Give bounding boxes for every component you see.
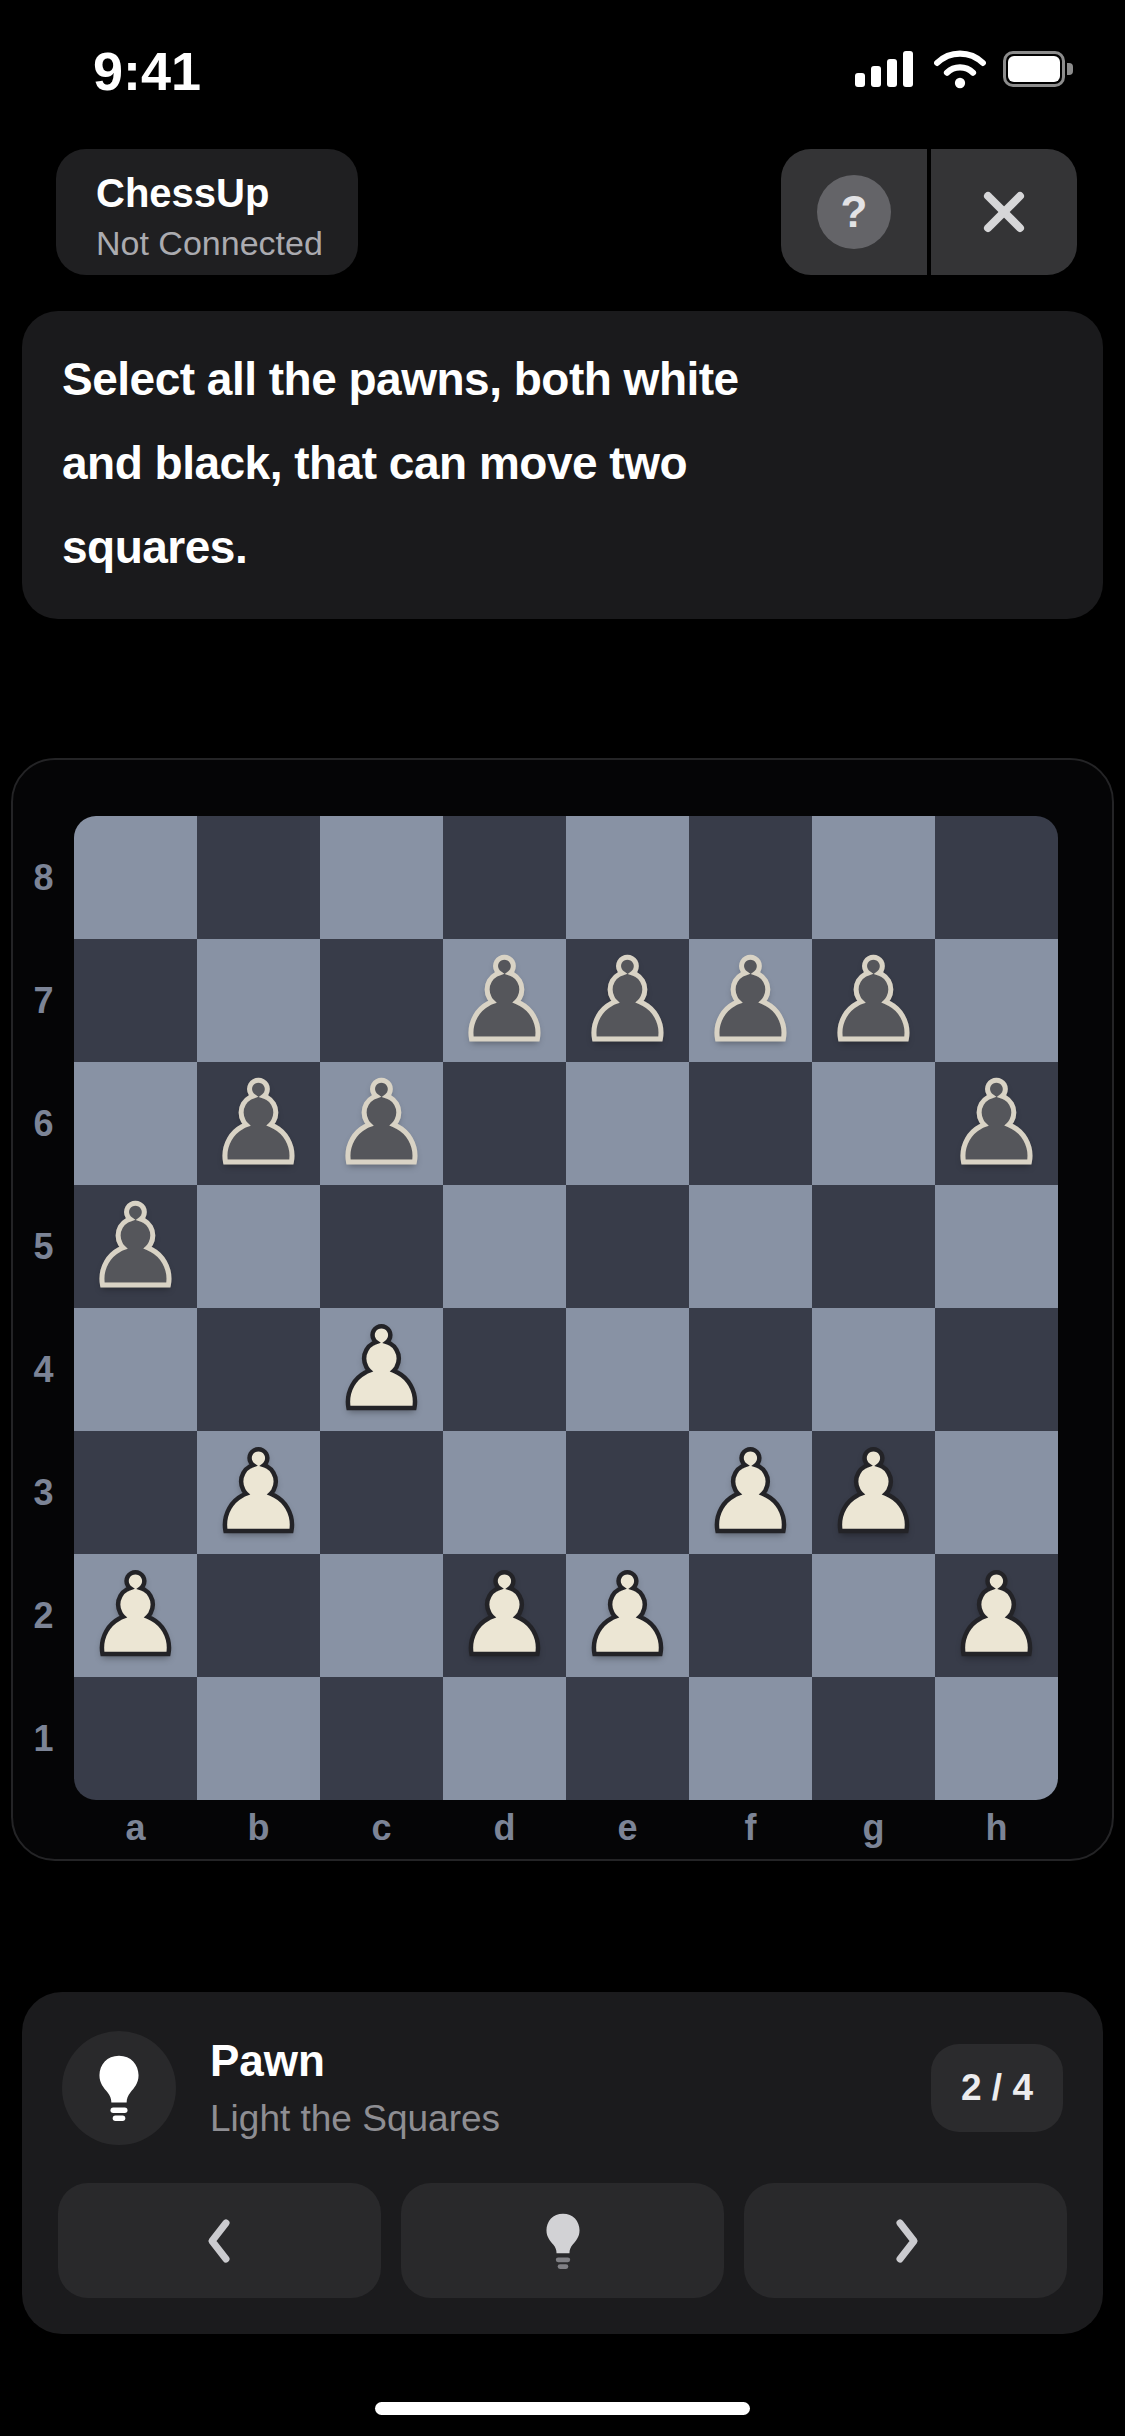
rank-labels: 87654321 <box>13 816 74 1800</box>
square-a3[interactable] <box>74 1431 197 1554</box>
square-c7[interactable] <box>320 939 443 1062</box>
square-h3[interactable] <box>935 1431 1058 1554</box>
black-pawn: ♟ <box>208 1062 308 1185</box>
square-g3[interactable]: ♟ <box>812 1431 935 1554</box>
square-b3[interactable]: ♟ <box>197 1431 320 1554</box>
previous-button[interactable] <box>58 2183 381 2298</box>
wifi-icon <box>931 48 989 90</box>
black-pawn: ♟ <box>946 1062 1046 1185</box>
black-pawn: ♟ <box>331 1062 431 1185</box>
header-controls: ? <box>781 149 1077 275</box>
hint-button[interactable] <box>401 2183 724 2298</box>
square-d4[interactable] <box>443 1308 566 1431</box>
board: ♟♟♟♟♟♟♟♟♟♟♟♟♟♟♟♟ <box>74 816 1058 1800</box>
square-h8[interactable] <box>935 816 1058 939</box>
file-label-g: g <box>812 1800 935 1856</box>
instruction-text: squares. <box>62 505 1063 589</box>
lightbulb-icon <box>91 2054 147 2122</box>
app-chip: ChessUp Not Connected <box>56 149 358 275</box>
rank-label-2: 2 <box>13 1554 74 1677</box>
square-g6[interactable] <box>812 1062 935 1185</box>
square-f3[interactable]: ♟ <box>689 1431 812 1554</box>
help-circle: ? <box>817 175 891 249</box>
black-pawn: ♟ <box>454 939 554 1062</box>
square-g1[interactable] <box>812 1677 935 1800</box>
puzzle-title: Pawn <box>210 2036 500 2086</box>
black-pawn: ♟ <box>700 939 800 1062</box>
header: ChessUp Not Connected ? <box>0 149 1125 275</box>
square-a5[interactable]: ♟ <box>74 1185 197 1308</box>
square-c4[interactable]: ♟ <box>320 1308 443 1431</box>
square-a6[interactable] <box>74 1062 197 1185</box>
cellular-signal-icon <box>855 49 917 89</box>
instruction-text: Select all the pawns, both white <box>62 337 1063 421</box>
chevron-left-icon <box>198 2213 242 2269</box>
black-pawn: ♟ <box>577 939 677 1062</box>
square-e8[interactable] <box>566 816 689 939</box>
instruction-panel: Select all the pawns, both white and bla… <box>22 311 1103 619</box>
square-d8[interactable] <box>443 816 566 939</box>
square-d3[interactable] <box>443 1431 566 1554</box>
square-f4[interactable] <box>689 1308 812 1431</box>
square-e3[interactable] <box>566 1431 689 1554</box>
file-label-a: a <box>74 1800 197 1856</box>
square-b5[interactable] <box>197 1185 320 1308</box>
file-label-c: c <box>320 1800 443 1856</box>
square-d2[interactable]: ♟ <box>443 1554 566 1677</box>
black-pawn: ♟ <box>85 1185 185 1308</box>
chevron-right-icon <box>884 2213 928 2269</box>
square-c6[interactable]: ♟ <box>320 1062 443 1185</box>
white-pawn: ♟ <box>208 1431 308 1554</box>
file-label-b: b <box>197 1800 320 1856</box>
status-icons <box>855 48 1073 90</box>
rank-label-6: 6 <box>13 1062 74 1185</box>
square-f6[interactable] <box>689 1062 812 1185</box>
puzzle-subtitle: Light the Squares <box>210 2098 500 2140</box>
square-a2[interactable]: ♟ <box>74 1554 197 1677</box>
file-label-h: h <box>935 1800 1058 1856</box>
square-e6[interactable] <box>566 1062 689 1185</box>
square-f7[interactable]: ♟ <box>689 939 812 1062</box>
square-b1[interactable] <box>197 1677 320 1800</box>
square-d5[interactable] <box>443 1185 566 1308</box>
square-c2[interactable] <box>320 1554 443 1677</box>
screen: 9:41 ChessUp Not Connected <box>0 0 1125 2436</box>
white-pawn: ♟ <box>823 1431 923 1554</box>
square-d6[interactable] <box>443 1062 566 1185</box>
square-c8[interactable] <box>320 816 443 939</box>
connection-status: Not Connected <box>96 224 358 263</box>
file-labels: abcdefgh <box>74 1800 1058 1856</box>
black-pawn: ♟ <box>823 939 923 1062</box>
next-button[interactable] <box>744 2183 1067 2298</box>
board-card: 87654321 ♟♟♟♟♟♟♟♟♟♟♟♟♟♟♟♟ abcdefgh <box>11 758 1114 1861</box>
square-g2[interactable] <box>812 1554 935 1677</box>
white-pawn: ♟ <box>700 1431 800 1554</box>
square-c3[interactable] <box>320 1431 443 1554</box>
square-f8[interactable] <box>689 816 812 939</box>
square-a8[interactable] <box>74 816 197 939</box>
battery-icon <box>1003 51 1073 87</box>
white-pawn: ♟ <box>85 1554 185 1677</box>
square-f1[interactable] <box>689 1677 812 1800</box>
help-button[interactable]: ? <box>781 149 927 275</box>
square-f2[interactable] <box>689 1554 812 1677</box>
square-e1[interactable] <box>566 1677 689 1800</box>
rank-label-8: 8 <box>13 816 74 939</box>
file-label-e: e <box>566 1800 689 1856</box>
square-h7[interactable] <box>935 939 1058 1062</box>
square-g8[interactable] <box>812 816 935 939</box>
close-button[interactable] <box>931 149 1077 275</box>
rank-label-3: 3 <box>13 1431 74 1554</box>
home-indicator[interactable] <box>375 2402 750 2415</box>
square-c1[interactable] <box>320 1677 443 1800</box>
white-pawn: ♟ <box>946 1554 1046 1677</box>
file-label-d: d <box>443 1800 566 1856</box>
rank-label-4: 4 <box>13 1308 74 1431</box>
square-b4[interactable] <box>197 1308 320 1431</box>
clock: 9:41 <box>93 40 201 102</box>
white-pawn: ♟ <box>454 1554 554 1677</box>
white-pawn: ♟ <box>577 1554 677 1677</box>
square-a1[interactable] <box>74 1677 197 1800</box>
progress-badge: 2 / 4 <box>931 2044 1063 2132</box>
square-e2[interactable]: ♟ <box>566 1554 689 1677</box>
square-h5[interactable] <box>935 1185 1058 1308</box>
rank-label-1: 1 <box>13 1677 74 1800</box>
square-e5[interactable] <box>566 1185 689 1308</box>
square-g7[interactable]: ♟ <box>812 939 935 1062</box>
file-label-f: f <box>689 1800 812 1856</box>
square-g5[interactable] <box>812 1185 935 1308</box>
square-b7[interactable] <box>197 939 320 1062</box>
square-h1[interactable] <box>935 1677 1058 1800</box>
status-bar: 9:41 <box>0 0 1125 130</box>
hint-lightbulb-icon <box>540 2212 586 2270</box>
puzzle-icon-circle <box>62 2031 176 2145</box>
square-b2[interactable] <box>197 1554 320 1677</box>
close-icon <box>975 183 1033 241</box>
square-b8[interactable] <box>197 816 320 939</box>
instruction-text: and black, that can move two <box>62 421 1063 505</box>
app-name: ChessUp <box>96 171 358 216</box>
rank-label-7: 7 <box>13 939 74 1062</box>
square-d1[interactable] <box>443 1677 566 1800</box>
square-d7[interactable]: ♟ <box>443 939 566 1062</box>
white-pawn: ♟ <box>331 1308 431 1431</box>
question-mark-icon: ? <box>841 187 868 237</box>
puzzle-sheet: Pawn Light the Squares 2 / 4 <box>22 1992 1103 2334</box>
square-g4[interactable] <box>812 1308 935 1431</box>
square-c5[interactable] <box>320 1185 443 1308</box>
puzzle-titles: Pawn Light the Squares <box>210 2036 500 2140</box>
square-h6[interactable]: ♟ <box>935 1062 1058 1185</box>
square-e4[interactable] <box>566 1308 689 1431</box>
puzzle-nav-buttons <box>58 2183 1067 2298</box>
square-f5[interactable] <box>689 1185 812 1308</box>
square-a4[interactable] <box>74 1308 197 1431</box>
square-b6[interactable]: ♟ <box>197 1062 320 1185</box>
square-e7[interactable]: ♟ <box>566 939 689 1062</box>
square-h2[interactable]: ♟ <box>935 1554 1058 1677</box>
square-a7[interactable] <box>74 939 197 1062</box>
square-h4[interactable] <box>935 1308 1058 1431</box>
puzzle-info: Pawn Light the Squares 2 / 4 <box>62 2028 1063 2148</box>
rank-label-5: 5 <box>13 1185 74 1308</box>
